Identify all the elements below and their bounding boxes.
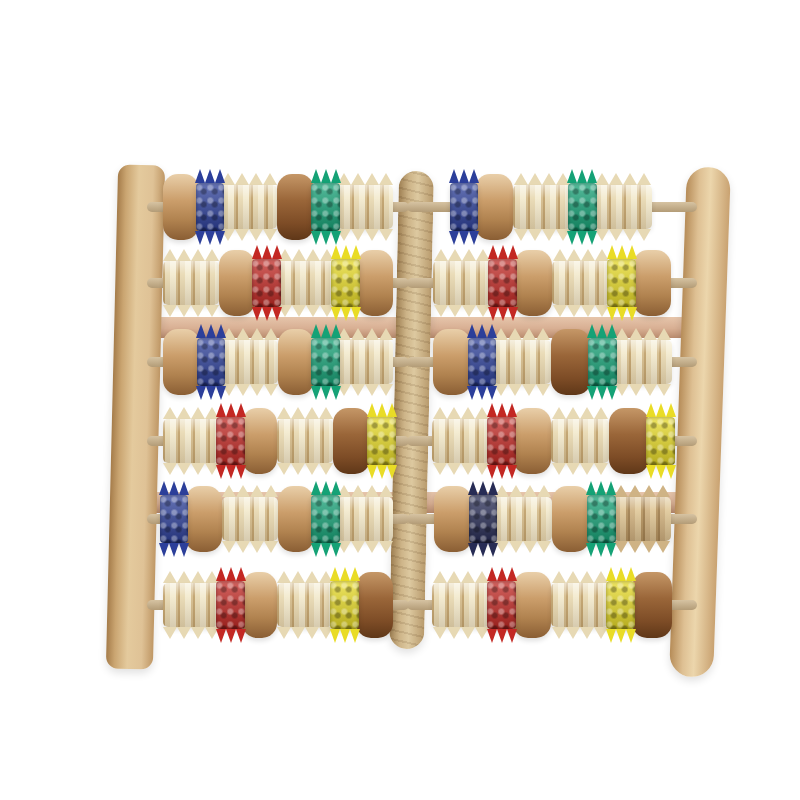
roller-teeth-top bbox=[311, 481, 341, 495]
roller-teeth-bottom bbox=[606, 629, 636, 643]
roller-body bbox=[487, 581, 516, 629]
spike-ring-green bbox=[568, 169, 597, 245]
roller-teeth-top bbox=[449, 169, 479, 183]
roller-smooth-barrel-dark bbox=[609, 408, 649, 474]
roller-teeth-bottom bbox=[495, 541, 551, 553]
spike-ring-red bbox=[252, 245, 281, 321]
roller-body bbox=[613, 497, 671, 541]
roller-body bbox=[337, 497, 393, 541]
roller-body bbox=[551, 583, 609, 627]
roller-body bbox=[487, 417, 516, 465]
roller-ridged-wood bbox=[613, 485, 671, 553]
roller-body bbox=[197, 338, 225, 386]
roller-body bbox=[216, 581, 245, 629]
roller-body bbox=[163, 583, 219, 627]
roller-teeth-top bbox=[433, 571, 489, 583]
roller-ridged-wood bbox=[513, 173, 571, 241]
roller-body bbox=[551, 329, 591, 395]
roller-body bbox=[513, 572, 551, 638]
roller-teeth-top bbox=[252, 245, 282, 259]
roller-body bbox=[357, 250, 393, 316]
roller-smooth-barrel bbox=[185, 486, 222, 552]
roller-body bbox=[468, 338, 496, 386]
roller-smooth-barrel bbox=[513, 572, 551, 638]
roller-body bbox=[278, 261, 334, 305]
roller-body bbox=[513, 408, 551, 474]
roller-body bbox=[633, 250, 671, 316]
roller-ridged-wood bbox=[163, 571, 219, 639]
roller-body bbox=[356, 572, 393, 638]
rod-5-right-bank bbox=[423, 473, 681, 565]
roller-ridged-wood bbox=[614, 328, 672, 396]
spike-ring-blue bbox=[468, 324, 496, 400]
roller-ridged-wood bbox=[432, 571, 490, 639]
spike-ring-red bbox=[488, 245, 517, 321]
roller-teeth-bottom bbox=[586, 543, 616, 557]
spike-ring-blue-dark bbox=[469, 481, 497, 557]
roller-ridged-wood bbox=[494, 485, 552, 553]
roller-body bbox=[594, 185, 652, 229]
roller-body bbox=[311, 338, 340, 386]
spike-ring-red bbox=[216, 403, 245, 479]
roller-smooth-barrel-dark bbox=[551, 329, 591, 395]
roller-smooth-barrel bbox=[434, 486, 472, 552]
roller-body bbox=[277, 583, 333, 627]
spike-ring-green bbox=[588, 324, 617, 400]
roller-body bbox=[607, 259, 636, 307]
roller-body bbox=[196, 183, 224, 231]
roller-body bbox=[494, 497, 552, 541]
roller-teeth-top bbox=[311, 324, 341, 338]
roller-teeth-bottom bbox=[216, 629, 246, 643]
roller-teeth-top bbox=[367, 403, 397, 417]
roller-body bbox=[367, 417, 396, 465]
roller-body bbox=[337, 185, 393, 229]
roller-teeth-bottom bbox=[311, 543, 341, 557]
roller-body bbox=[330, 581, 359, 629]
roller-body bbox=[222, 497, 278, 541]
roller-body bbox=[434, 486, 472, 552]
roller-body bbox=[163, 174, 199, 240]
roller-ridged-wood bbox=[337, 173, 393, 241]
roller-teeth-top bbox=[607, 245, 637, 259]
roller-body bbox=[219, 250, 255, 316]
roller-teeth-top bbox=[196, 324, 226, 338]
roller-teeth-top bbox=[606, 567, 636, 581]
spike-ring-red bbox=[487, 567, 516, 643]
spike-ring-blue bbox=[160, 481, 188, 557]
roller-teeth-bottom bbox=[222, 541, 278, 553]
roller-teeth-top bbox=[216, 567, 246, 581]
roller-teeth-top bbox=[468, 481, 498, 495]
roller-body bbox=[552, 261, 610, 305]
spike-ring-yellow bbox=[367, 403, 396, 479]
roller-teeth-top bbox=[278, 249, 334, 261]
roller-teeth-top bbox=[494, 328, 550, 340]
spike-ring-green bbox=[311, 169, 340, 245]
roller-teeth-top bbox=[514, 173, 570, 185]
roller-teeth-top bbox=[587, 324, 617, 338]
board bbox=[0, 0, 800, 800]
roller-body bbox=[609, 408, 649, 474]
roller-ridged-wood bbox=[493, 328, 551, 396]
roller-body bbox=[488, 259, 517, 307]
roller-teeth-top bbox=[277, 407, 333, 419]
roller-ridged-wood bbox=[222, 328, 278, 396]
roller-body bbox=[163, 419, 219, 463]
roller-body bbox=[513, 185, 571, 229]
spike-ring-yellow bbox=[607, 245, 636, 321]
roller-teeth-bottom bbox=[330, 629, 360, 643]
rod-6-left-bank bbox=[163, 559, 393, 651]
frame-left-rail bbox=[106, 165, 165, 670]
roller-smooth-barrel bbox=[433, 329, 471, 395]
roller-ridged-wood bbox=[337, 328, 393, 396]
roller-ridged-wood bbox=[222, 485, 278, 553]
roller-teeth-bottom bbox=[614, 541, 670, 553]
roller-body bbox=[587, 495, 616, 543]
rod-6-right-bank bbox=[423, 559, 681, 651]
roller-body bbox=[551, 419, 609, 463]
roller-body bbox=[242, 572, 277, 638]
roller-teeth-top bbox=[488, 245, 518, 259]
roller-body bbox=[450, 183, 478, 231]
roller-teeth-top bbox=[615, 328, 671, 340]
spike-ring-blue bbox=[197, 324, 225, 400]
roller-teeth-top bbox=[311, 169, 341, 183]
roller-body bbox=[160, 495, 188, 543]
roller-teeth-top bbox=[163, 249, 219, 261]
roller-body bbox=[646, 417, 675, 465]
roller-teeth-bottom bbox=[159, 543, 189, 557]
roller-teeth-top bbox=[222, 485, 278, 497]
roller-smooth-barrel bbox=[278, 329, 315, 395]
roller-teeth-top bbox=[195, 169, 225, 183]
spike-ring-yellow bbox=[331, 245, 360, 321]
roller-teeth-top bbox=[595, 173, 651, 185]
spike-ring-blue bbox=[196, 169, 224, 245]
roller-teeth-top bbox=[337, 173, 393, 185]
roller-smooth-barrel bbox=[633, 250, 671, 316]
roller-body bbox=[277, 419, 333, 463]
roller-smooth-barrel bbox=[242, 572, 277, 638]
roller-teeth-top bbox=[434, 249, 490, 261]
roller-ridged-wood bbox=[278, 249, 334, 317]
roller-teeth-top bbox=[487, 567, 517, 581]
roller-body bbox=[242, 408, 277, 474]
roller-smooth-barrel-dark bbox=[333, 408, 370, 474]
roller-teeth-top bbox=[221, 173, 277, 185]
roller-body bbox=[606, 581, 635, 629]
roller-teeth-top bbox=[487, 403, 517, 417]
roller-teeth-top bbox=[552, 571, 608, 583]
roller-body bbox=[333, 408, 370, 474]
roller-body bbox=[433, 261, 491, 305]
rod-5-left-bank bbox=[163, 473, 393, 565]
roller-ridged-wood bbox=[163, 249, 219, 317]
roller-body bbox=[568, 183, 597, 231]
roller-ridged-wood bbox=[163, 407, 219, 475]
roller-teeth-bottom bbox=[163, 627, 219, 639]
spike-ring-blue bbox=[450, 169, 478, 245]
roller-smooth-barrel bbox=[357, 250, 393, 316]
roller-ridged-wood bbox=[594, 173, 652, 241]
roller-ridged-wood bbox=[277, 571, 333, 639]
roller-ridged-wood bbox=[551, 407, 609, 475]
spike-ring-red bbox=[216, 567, 245, 643]
roller-ridged-wood bbox=[552, 249, 610, 317]
roller-teeth-bottom bbox=[552, 627, 608, 639]
roller-smooth-barrel-dark bbox=[277, 174, 314, 240]
roller-ridged-wood bbox=[433, 249, 491, 317]
roller-teeth-top bbox=[337, 328, 393, 340]
spike-ring-green bbox=[311, 481, 340, 557]
roller-teeth-top bbox=[163, 571, 219, 583]
roller-body bbox=[469, 495, 497, 543]
roller-body bbox=[222, 340, 278, 384]
roller-body bbox=[278, 329, 315, 395]
roller-ridged-wood bbox=[221, 173, 277, 241]
roller-teeth-top bbox=[222, 328, 278, 340]
roller-teeth-top bbox=[163, 407, 219, 419]
spike-ring-green bbox=[587, 481, 616, 557]
roller-body bbox=[475, 174, 513, 240]
roller-smooth-barrel bbox=[242, 408, 277, 474]
spike-ring-green bbox=[311, 324, 340, 400]
roller-body bbox=[252, 259, 281, 307]
roller-body bbox=[277, 174, 314, 240]
roller-smooth-barrel bbox=[475, 174, 513, 240]
roller-teeth-top bbox=[433, 407, 489, 419]
roller-teeth-bottom bbox=[277, 627, 333, 639]
roller-body bbox=[278, 486, 315, 552]
roller-teeth-top bbox=[277, 571, 333, 583]
roller-teeth-bottom bbox=[468, 543, 498, 557]
roller-teeth-top bbox=[552, 407, 608, 419]
roller-smooth-barrel bbox=[552, 486, 590, 552]
roller-smooth-barrel bbox=[514, 250, 552, 316]
spike-ring-red bbox=[487, 403, 516, 479]
roller-smooth-barrel bbox=[278, 486, 315, 552]
roller-body bbox=[432, 583, 490, 627]
roller-teeth-top bbox=[586, 481, 616, 495]
roller-body bbox=[433, 329, 471, 395]
roller-teeth-bottom bbox=[487, 629, 517, 643]
roller-body bbox=[514, 250, 552, 316]
roller-teeth-top bbox=[646, 403, 676, 417]
roller-body bbox=[614, 340, 672, 384]
roller-teeth-top bbox=[330, 567, 360, 581]
roller-body bbox=[331, 259, 360, 307]
roller-body bbox=[163, 261, 219, 305]
roller-body bbox=[337, 340, 393, 384]
spike-ring-yellow bbox=[606, 567, 635, 643]
roller-body bbox=[552, 486, 590, 552]
roller-smooth-barrel-dark bbox=[632, 572, 672, 638]
roller-teeth-bottom bbox=[433, 627, 489, 639]
roller-body bbox=[432, 419, 490, 463]
roller-body bbox=[185, 486, 222, 552]
roller-teeth-top bbox=[159, 481, 189, 495]
roller-smooth-barrel bbox=[163, 329, 200, 395]
roller-ridged-wood bbox=[277, 407, 333, 475]
roller-body bbox=[588, 338, 617, 386]
roller-smooth-barrel bbox=[219, 250, 255, 316]
roller-ridged-wood bbox=[551, 571, 609, 639]
roller-smooth-barrel-dark bbox=[356, 572, 393, 638]
roller-body bbox=[311, 183, 340, 231]
roller-body bbox=[216, 417, 245, 465]
roller-ridged-wood bbox=[432, 407, 490, 475]
roller-teeth-bottom bbox=[337, 541, 393, 553]
roller-teeth-top bbox=[467, 324, 497, 338]
roller-teeth-top bbox=[553, 249, 609, 261]
roller-teeth-top bbox=[331, 245, 361, 259]
roller-body bbox=[163, 329, 200, 395]
roller-body bbox=[632, 572, 672, 638]
roller-body bbox=[221, 185, 277, 229]
roller-teeth-top bbox=[337, 485, 393, 497]
roller-teeth-top bbox=[614, 485, 670, 497]
roller-ridged-wood bbox=[337, 485, 393, 553]
roller-teeth-top bbox=[495, 485, 551, 497]
spike-ring-yellow bbox=[646, 403, 675, 479]
roller-smooth-barrel bbox=[163, 174, 199, 240]
roller-teeth-top bbox=[567, 169, 597, 183]
roller-body bbox=[493, 340, 551, 384]
roller-smooth-barrel bbox=[513, 408, 551, 474]
roller-body bbox=[311, 495, 340, 543]
spike-ring-yellow bbox=[330, 567, 359, 643]
roller-teeth-top bbox=[216, 403, 246, 417]
